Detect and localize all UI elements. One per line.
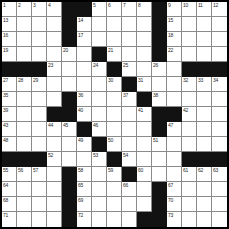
cell-r9c15[interactable] [212,122,227,137]
clue-number-8: 8 [138,2,140,8]
cell-r4c6[interactable] [77,47,92,62]
clue-number-22: 22 [168,47,173,53]
cell-r13c4[interactable] [47,182,62,197]
clue-number-70: 70 [168,197,173,203]
cell-r6c14[interactable]: 33 [197,77,212,92]
cell-r11c9[interactable]: 54 [122,152,137,167]
cell-r7c1[interactable]: 35 [2,92,17,107]
clue-number-41: 41 [138,107,143,113]
cell-r2c9[interactable] [122,17,137,32]
clue-number-57: 57 [33,167,38,173]
clue-number-44: 44 [48,122,53,128]
cell-r8c14[interactable] [197,107,212,122]
cell-r14c1[interactable]: 68 [2,197,17,212]
cell-r4c8[interactable]: 21 [107,47,122,62]
cell-r7c13[interactable] [182,92,197,107]
cell-r4c14[interactable] [197,47,212,62]
cell-r10c15[interactable] [212,137,227,152]
cell-r1c10[interactable]: 8 [137,2,152,17]
cell-r14c7[interactable] [92,197,107,212]
clue-number-30: 30 [108,77,113,83]
black-cell-r11c2 [17,152,32,167]
clue-number-48: 48 [3,137,8,143]
cell-r10c4[interactable] [47,137,62,152]
clue-number-68: 68 [3,197,8,203]
cell-r12c4[interactable] [47,167,62,182]
cell-r12c7[interactable] [92,167,107,182]
cell-r12c6[interactable]: 58 [77,167,92,182]
cell-r15c4[interactable] [47,212,62,227]
cell-r10c2[interactable] [17,137,32,152]
cell-r6c4[interactable] [47,77,62,92]
cell-r5c12[interactable] [167,62,182,77]
cell-r4c9[interactable] [122,47,137,62]
cell-r9c13[interactable] [182,122,197,137]
cell-r3c14[interactable] [197,32,212,47]
cell-r7c11[interactable]: 38 [152,92,167,107]
black-cell-r5c15 [212,62,227,77]
clue-number-63: 63 [213,167,218,173]
cell-r1c8[interactable]: 6 [107,2,122,17]
black-cell-r11c13 [182,152,197,167]
cell-r8c9[interactable] [122,107,137,122]
cell-r13c10[interactable] [137,182,152,197]
cell-r8c1[interactable]: 39 [2,107,17,122]
clue-number-25: 25 [123,62,128,68]
black-cell-r15c11 [152,212,167,227]
cell-r10c8[interactable]: 50 [107,137,122,152]
cell-r14c13[interactable] [182,197,197,212]
black-cell-r4c11 [152,47,167,62]
cell-r15c8[interactable] [107,212,122,227]
cell-r14c15[interactable] [212,197,227,212]
black-cell-r11c3 [32,152,47,167]
cell-r11c6[interactable] [77,152,92,167]
cell-r5c7[interactable]: 24 [92,62,107,77]
black-cell-r12c9 [122,167,137,182]
cell-r9c4[interactable]: 44 [47,122,62,137]
cell-r2c8[interactable] [107,17,122,32]
clue-number-62: 62 [198,167,203,173]
cell-r3c1[interactable]: 16 [2,32,17,47]
clue-number-35: 35 [3,92,8,98]
cell-r14c8[interactable] [107,197,122,212]
cell-r12c13[interactable]: 61 [182,167,197,182]
cell-r15c6[interactable]: 72 [77,212,92,227]
clue-number-10: 10 [183,2,188,8]
clue-number-39: 39 [3,107,8,113]
black-cell-r14c11 [152,197,167,212]
clue-number-23: 23 [48,62,53,68]
cell-r13c9[interactable]: 66 [122,182,137,197]
clue-number-34: 34 [213,77,218,83]
cell-r12c12[interactable] [167,167,182,182]
cell-r6c6[interactable] [77,77,92,92]
clue-number-4: 4 [48,2,50,8]
cell-r3c15[interactable] [212,32,227,47]
cell-r10c11[interactable]: 51 [152,137,167,152]
black-cell-r9c6 [77,122,92,137]
cell-r6c12[interactable] [167,77,182,92]
black-cell-r11c1 [2,152,17,167]
clue-number-26: 26 [153,62,158,68]
black-cell-r11c15 [212,152,227,167]
cell-r5c4[interactable]: 23 [47,62,62,77]
clue-number-20: 20 [63,47,68,53]
cell-r8c10[interactable]: 41 [137,107,152,122]
cell-r11c10[interactable] [137,152,152,167]
cell-r13c6[interactable]: 65 [77,182,92,197]
cell-r12c8[interactable]: 59 [107,167,122,182]
cell-r13c1[interactable]: 64 [2,182,17,197]
clue-number-65: 65 [78,182,83,188]
cell-r13c15[interactable] [212,182,227,197]
black-cell-r5c8 [107,62,122,77]
clue-number-73: 73 [168,212,173,218]
clue-number-51: 51 [153,137,158,143]
cell-r2c6[interactable]: 14 [77,17,92,32]
cell-r4c13[interactable] [182,47,197,62]
clue-number-59: 59 [108,167,113,173]
clue-number-17: 17 [78,32,83,38]
cell-r15c13[interactable] [182,212,197,227]
cell-r15c7[interactable] [92,212,107,227]
black-cell-r1c5 [62,2,77,17]
cell-r11c11[interactable] [152,152,167,167]
cell-r14c6[interactable]: 69 [77,197,92,212]
cell-r4c10[interactable] [137,47,152,62]
cell-r12c10[interactable]: 60 [137,167,152,182]
cell-r7c6[interactable]: 36 [77,92,92,107]
black-cell-r9c11 [152,122,167,137]
black-cell-r5c14 [197,62,212,77]
black-cell-r5c1 [2,62,17,77]
black-cell-r5c2 [17,62,32,77]
cell-r4c3[interactable] [32,47,47,62]
clue-number-52: 52 [48,152,53,158]
cell-r1c2[interactable]: 2 [17,2,32,17]
cell-r7c3[interactable] [32,92,47,107]
clue-number-36: 36 [78,92,83,98]
cell-r3c4[interactable] [47,32,62,47]
clue-number-45: 45 [63,122,68,128]
black-cell-r7c5 [62,92,77,107]
cell-r2c12[interactable]: 15 [167,17,182,32]
cell-r14c2[interactable] [17,197,32,212]
cell-r8c2[interactable] [17,107,32,122]
cell-r12c2[interactable]: 56 [17,167,32,182]
clue-number-18: 18 [168,32,173,38]
cell-r10c6[interactable]: 49 [77,137,92,152]
clue-number-50: 50 [108,137,113,143]
cell-r7c8[interactable] [107,92,122,107]
clue-number-16: 16 [3,32,8,38]
clue-number-11: 11 [198,2,203,8]
cell-r7c7[interactable] [92,92,107,107]
cell-r6c13[interactable]: 32 [182,77,197,92]
cell-r7c14[interactable] [197,92,212,107]
black-cell-r5c13 [182,62,197,77]
clue-number-56: 56 [18,167,23,173]
black-cell-r1c11 [152,2,167,17]
cell-r8c7[interactable] [92,107,107,122]
black-cell-r8c12 [167,107,182,122]
clue-number-47: 47 [168,122,173,128]
cell-r3c12[interactable]: 18 [167,32,182,47]
clue-number-72: 72 [78,212,83,218]
cell-r1c12[interactable]: 9 [167,2,182,17]
clue-number-21: 21 [108,47,113,53]
clue-number-33: 33 [198,77,203,83]
cell-r3c8[interactable] [107,32,122,47]
black-cell-r3c11 [152,32,167,47]
cell-r2c15[interactable] [212,17,227,32]
clue-number-37: 37 [123,92,128,98]
cell-r10c14[interactable] [197,137,212,152]
clue-number-40: 40 [78,107,83,113]
cell-r15c9[interactable] [122,212,137,227]
clue-number-69: 69 [78,197,83,203]
cell-r10c1[interactable]: 48 [2,137,17,152]
clue-number-31: 31 [138,77,143,83]
cell-r9c8[interactable] [107,122,122,137]
clue-number-6: 6 [108,2,110,8]
cell-r13c3[interactable] [32,182,47,197]
cell-r14c10[interactable] [137,197,152,212]
cell-r14c14[interactable] [197,197,212,212]
black-cell-r8c4 [47,107,62,122]
cell-r8c13[interactable]: 42 [182,107,197,122]
black-cell-r12c5 [62,167,77,182]
clue-number-14: 14 [78,17,83,23]
cell-r1c4[interactable]: 4 [47,2,62,17]
cell-r5c5[interactable] [62,62,77,77]
clue-number-53: 53 [93,152,98,158]
cell-r12c15[interactable]: 63 [212,167,227,182]
cell-r14c3[interactable] [32,197,47,212]
cell-r4c12[interactable]: 22 [167,47,182,62]
black-cell-r2c5 [62,17,77,32]
cell-r12c3[interactable]: 57 [32,167,47,182]
clue-number-32: 32 [183,77,188,83]
cell-r2c3[interactable] [32,17,47,32]
cell-r4c1[interactable]: 19 [2,47,17,62]
cell-r7c4[interactable] [47,92,62,107]
black-cell-r8c5 [62,107,77,122]
cell-r10c5[interactable] [62,137,77,152]
clue-number-58: 58 [78,167,83,173]
black-cell-r1c6 [77,2,92,17]
black-cell-r5c3 [32,62,47,77]
clue-number-54: 54 [123,152,128,158]
crossword-grid: 1234567891011121314151617181920212223242… [0,0,229,229]
cell-r3c10[interactable] [137,32,152,47]
cell-r3c6[interactable]: 17 [77,32,92,47]
cell-r2c1[interactable]: 13 [2,17,17,32]
cell-r10c9[interactable] [122,137,137,152]
cell-r6c1[interactable]: 27 [2,77,17,92]
cell-r1c14[interactable]: 11 [197,2,212,17]
clue-number-27: 27 [3,77,8,83]
clue-number-43: 43 [3,122,8,128]
cell-r1c13[interactable]: 10 [182,2,197,17]
clue-number-60: 60 [138,167,143,173]
cell-r1c9[interactable]: 7 [122,2,137,17]
cell-r9c12[interactable]: 47 [167,122,182,137]
cell-r10c10[interactable] [137,137,152,152]
clue-number-5: 5 [93,2,95,8]
cell-r4c4[interactable] [47,47,62,62]
cell-r14c4[interactable] [47,197,62,212]
cell-r14c9[interactable] [122,197,137,212]
clue-number-71: 71 [3,212,8,218]
clue-number-38: 38 [153,92,158,98]
clue-number-28: 28 [18,77,23,83]
black-cell-r4c7 [92,47,107,62]
black-cell-r3c5 [62,32,77,47]
clue-number-24: 24 [93,62,98,68]
cell-r2c4[interactable] [47,17,62,32]
cell-r6c8[interactable]: 30 [107,77,122,92]
cell-r9c1[interactable]: 43 [2,122,17,137]
cell-r5c6[interactable] [77,62,92,77]
black-cell-r11c8 [107,152,122,167]
clue-number-49: 49 [78,137,83,143]
black-cell-r15c5 [62,212,77,227]
cell-r7c15[interactable] [212,92,227,107]
cell-r7c12[interactable] [167,92,182,107]
clue-number-1: 1 [3,2,5,8]
cell-r5c9[interactable]: 25 [122,62,137,77]
cell-r1c1[interactable]: 1 [2,2,17,17]
cell-r8c6[interactable]: 40 [77,107,92,122]
cell-r9c3[interactable] [32,122,47,137]
cell-r4c5[interactable]: 20 [62,47,77,62]
cell-r13c13[interactable] [182,182,197,197]
cell-r10c13[interactable] [182,137,197,152]
cell-r1c7[interactable]: 5 [92,2,107,17]
clue-number-67: 67 [168,182,173,188]
cell-r15c14[interactable] [197,212,212,227]
clue-number-15: 15 [168,17,173,23]
cell-r9c9[interactable] [122,122,137,137]
cell-r3c3[interactable] [32,32,47,47]
cell-r9c10[interactable] [137,122,152,137]
cell-r3c2[interactable] [17,32,32,47]
cell-r3c9[interactable] [122,32,137,47]
cell-r12c14[interactable]: 62 [197,167,212,182]
cell-r6c2[interactable]: 28 [17,77,32,92]
clue-number-46: 46 [93,122,98,128]
cell-r8c3[interactable] [32,107,47,122]
cell-r6c5[interactable] [62,77,77,92]
clue-number-55: 55 [3,167,8,173]
cell-r6c3[interactable]: 29 [32,77,47,92]
cell-r14c12[interactable]: 70 [167,197,182,212]
clue-number-12: 12 [213,2,218,8]
clue-number-7: 7 [123,2,125,8]
cell-r13c14[interactable] [197,182,212,197]
cell-r9c5[interactable]: 45 [62,122,77,137]
clue-number-3: 3 [33,2,35,8]
cell-r6c7[interactable] [92,77,107,92]
cell-r13c7[interactable] [92,182,107,197]
black-cell-r15c10 [137,212,152,227]
black-cell-r7c10 [137,92,152,107]
cell-r3c7[interactable] [92,32,107,47]
clue-number-64: 64 [3,182,8,188]
clue-number-13: 13 [3,17,8,23]
cell-r2c10[interactable] [137,17,152,32]
cell-r9c2[interactable] [17,122,32,137]
clue-number-66: 66 [123,182,128,188]
cell-r13c12[interactable]: 67 [167,182,182,197]
clue-number-42: 42 [183,107,188,113]
cell-r1c15[interactable]: 12 [212,2,227,17]
black-cell-r6c9 [122,77,137,92]
cell-r5c10[interactable] [137,62,152,77]
cell-r10c12[interactable] [167,137,182,152]
black-cell-r14c5 [62,197,77,212]
cell-r10c3[interactable] [32,137,47,152]
cell-r7c9[interactable]: 37 [122,92,137,107]
black-cell-r11c14 [197,152,212,167]
cell-r13c8[interactable] [107,182,122,197]
cell-r13c2[interactable] [17,182,32,197]
clue-number-9: 9 [168,2,170,8]
cell-r11c5[interactable] [62,152,77,167]
cell-r4c15[interactable] [212,47,227,62]
cell-r3c13[interactable] [182,32,197,47]
cell-r15c15[interactable] [212,212,227,227]
cell-r2c14[interactable] [197,17,212,32]
black-cell-r10c7 [92,137,107,152]
black-cell-r8c11 [152,107,167,122]
cell-r2c13[interactable] [182,17,197,32]
cell-r11c4[interactable]: 52 [47,152,62,167]
cell-r6c15[interactable]: 34 [212,77,227,92]
cell-r9c14[interactable] [197,122,212,137]
cell-r15c12[interactable]: 73 [167,212,182,227]
cell-r11c12[interactable] [167,152,182,167]
cell-r15c3[interactable] [32,212,47,227]
cell-r12c11[interactable] [152,167,167,182]
black-cell-r2c11 [152,17,167,32]
cell-r6c11[interactable] [152,77,167,92]
cell-r1c3[interactable]: 3 [32,2,47,17]
cell-r4c2[interactable] [17,47,32,62]
cell-r9c7[interactable]: 46 [92,122,107,137]
clue-number-29: 29 [33,77,38,83]
cell-r15c1[interactable]: 71 [2,212,17,227]
cell-r6c10[interactable]: 31 [137,77,152,92]
cell-r7c2[interactable] [17,92,32,107]
cell-r5c11[interactable]: 26 [152,62,167,77]
cell-r15c2[interactable] [17,212,32,227]
cell-r8c8[interactable] [107,107,122,122]
black-cell-r13c5 [62,182,77,197]
cell-r8c15[interactable] [212,107,227,122]
clue-number-19: 19 [3,47,8,53]
clue-number-61: 61 [183,167,188,173]
cell-r2c7[interactable] [92,17,107,32]
clue-number-2: 2 [18,2,20,8]
black-cell-r13c11 [152,182,167,197]
cell-r12c1[interactable]: 55 [2,167,17,182]
cell-r2c2[interactable] [17,17,32,32]
cell-r11c7[interactable]: 53 [92,152,107,167]
